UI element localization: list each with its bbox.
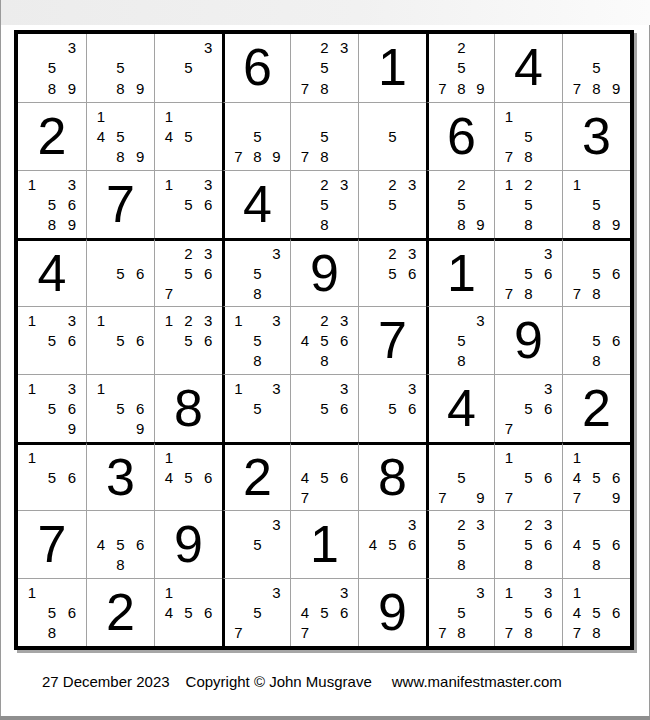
cell-r8c2: 4568: [86, 510, 154, 578]
candidate-empty: [538, 147, 558, 167]
candidate-digit: 2: [452, 174, 471, 194]
candidate-digit: 1: [567, 448, 587, 468]
candidate-empty: [42, 487, 62, 507]
candidate-digit: 6: [538, 602, 558, 622]
candidate-empty: [606, 283, 626, 303]
candidate-digit: 3: [62, 37, 82, 58]
cell-r1c4: 6: [222, 34, 290, 102]
candidate-empty: [267, 555, 286, 575]
candidate-empty: [229, 534, 248, 554]
candidate-digit: 3: [471, 310, 490, 330]
candidate-digit: 6: [606, 330, 626, 350]
candidate-digit: 6: [198, 468, 218, 488]
candidate-empty: [22, 37, 42, 58]
candidate-empty: [229, 351, 248, 371]
candidate-empty: [402, 194, 422, 214]
candidate-digit: 5: [248, 398, 267, 418]
candidate-digit: 8: [248, 351, 267, 371]
candidate-digit: 5: [111, 264, 131, 284]
candidate-empty: [606, 448, 626, 468]
candidate-empty: [22, 78, 42, 99]
candidate-empty: [198, 215, 218, 235]
candidate-empty: [179, 582, 199, 602]
cell-r1c7: 25789: [426, 34, 494, 102]
candidate-empty: [471, 448, 490, 468]
candidate-grid: 5789: [563, 34, 630, 102]
candidate-empty: [62, 448, 82, 468]
candidate-empty: [198, 351, 218, 371]
candidate-grid: 3578: [429, 579, 494, 646]
candidate-empty: [248, 106, 267, 126]
candidate-grid: 5789: [225, 103, 290, 170]
candidate-empty: [315, 487, 335, 507]
solved-digit: 4: [514, 41, 543, 95]
candidate-empty: [295, 419, 315, 439]
candidate-empty: [471, 351, 490, 371]
candidate-digit: 5: [42, 468, 62, 488]
candidate-grid: 13569: [18, 375, 86, 442]
candidate-digit: 9: [606, 487, 626, 507]
candidate-empty: [267, 534, 286, 554]
candidate-empty: [22, 419, 42, 439]
cell-r8c1: 7: [18, 510, 86, 578]
candidate-digit: 5: [452, 194, 471, 214]
solved-digit: 7: [38, 518, 67, 572]
candidate-grid: 589: [87, 34, 154, 102]
candidate-digit: 8: [315, 351, 335, 371]
candidate-empty: [248, 555, 267, 575]
candidate-digit: 7: [295, 147, 315, 167]
candidate-digit: 7: [295, 487, 315, 507]
candidate-empty: [198, 126, 218, 146]
candidate-empty: [383, 283, 403, 303]
cell-r2c1: 2: [18, 102, 86, 170]
candidate-empty: [499, 378, 519, 398]
candidate-empty: [587, 174, 607, 194]
candidate-empty: [433, 215, 452, 235]
candidate-digit: 5: [587, 330, 607, 350]
cell-r5c1: 1356: [18, 306, 86, 374]
candidate-empty: [315, 623, 335, 643]
candidate-empty: [91, 78, 111, 99]
candidate-digit: 9: [606, 215, 626, 235]
candidate-empty: [267, 330, 286, 350]
candidate-empty: [111, 244, 131, 264]
candidate-digit: 4: [159, 468, 179, 488]
candidate-empty: [295, 398, 315, 418]
cell-r8c5: 1: [290, 510, 358, 578]
cell-r4c8: 35678: [494, 238, 562, 306]
candidate-grid: 23578: [291, 34, 358, 102]
candidate-empty: [363, 555, 383, 575]
candidate-digit: 6: [198, 194, 218, 214]
candidate-empty: [587, 37, 607, 58]
candidate-digit: 5: [519, 534, 539, 554]
candidate-empty: [91, 244, 111, 264]
candidate-empty: [587, 487, 607, 507]
candidate-digit: 1: [499, 174, 519, 194]
candidate-empty: [334, 623, 354, 643]
candidate-empty: [383, 378, 403, 398]
candidate-empty: [334, 194, 354, 214]
candidate-digit: 3: [267, 378, 286, 398]
candidate-digit: 2: [519, 174, 539, 194]
candidate-empty: [433, 330, 452, 350]
solved-digit: 7: [378, 314, 407, 368]
candidate-digit: 6: [538, 534, 558, 554]
candidate-empty: [363, 147, 383, 167]
candidate-empty: [334, 147, 354, 167]
candidate-grid: 3567: [495, 375, 562, 442]
candidate-empty: [334, 106, 354, 126]
candidate-grid: 4568: [563, 511, 630, 578]
candidate-empty: [433, 602, 452, 622]
candidate-digit: 4: [91, 126, 111, 146]
candidate-empty: [267, 264, 286, 284]
candidate-empty: [42, 37, 62, 58]
candidate-digit: 9: [62, 78, 82, 99]
candidate-digit: 8: [587, 623, 607, 643]
candidate-empty: [538, 106, 558, 126]
candidate-empty: [567, 264, 587, 284]
candidate-empty: [587, 582, 607, 602]
candidate-digit: 1: [91, 106, 111, 126]
candidate-empty: [567, 555, 587, 575]
candidate-empty: [433, 468, 452, 488]
candidate-empty: [22, 623, 42, 643]
candidate-digit: 3: [538, 244, 558, 264]
candidate-digit: 9: [130, 147, 150, 167]
candidate-digit: 5: [519, 398, 539, 418]
candidate-empty: [538, 215, 558, 235]
candidate-empty: [363, 215, 383, 235]
candidate-grid: 358: [429, 307, 494, 374]
candidate-empty: [42, 419, 62, 439]
candidate-empty: [130, 58, 150, 79]
window-top-strip: [0, 0, 650, 25]
candidate-empty: [130, 244, 150, 264]
candidate-empty: [198, 283, 218, 303]
candidate-digit: 7: [159, 283, 179, 303]
candidate-digit: 4: [159, 602, 179, 622]
candidate-digit: 5: [587, 58, 607, 79]
candidate-empty: [538, 623, 558, 643]
candidate-empty: [267, 602, 286, 622]
candidate-empty: [229, 555, 248, 575]
cell-r8c8: 23568: [494, 510, 562, 578]
candidate-digit: 5: [383, 126, 403, 146]
solved-digit: 9: [514, 314, 543, 368]
candidate-digit: 9: [62, 419, 82, 439]
cell-r2c9: 3: [562, 102, 630, 170]
candidate-digit: 6: [334, 398, 354, 418]
candidate-empty: [42, 310, 62, 330]
cell-r6c1: 13569: [18, 374, 86, 442]
candidate-grid: 578: [291, 103, 358, 170]
candidate-empty: [363, 264, 383, 284]
candidate-empty: [91, 283, 111, 303]
candidate-digit: 8: [111, 78, 131, 99]
candidate-digit: 5: [179, 602, 199, 622]
cell-r7c5: 4567: [290, 442, 358, 510]
candidate-empty: [111, 378, 131, 398]
candidate-grid: 135689: [18, 171, 86, 238]
candidate-digit: 5: [519, 264, 539, 284]
candidate-digit: 6: [606, 602, 626, 622]
candidate-empty: [471, 174, 490, 194]
candidate-empty: [363, 514, 383, 534]
candidate-digit: 5: [179, 468, 199, 488]
candidate-digit: 3: [198, 244, 218, 264]
candidate-digit: 5: [587, 194, 607, 214]
footer-copyright: Copyright © John Musgrave: [186, 673, 372, 690]
candidate-grid: 34567: [291, 579, 358, 646]
candidate-digit: 4: [567, 602, 587, 622]
cell-r6c2: 1569: [86, 374, 154, 442]
candidate-empty: [22, 398, 42, 418]
candidate-empty: [229, 514, 248, 534]
cell-r6c9: 2: [562, 374, 630, 442]
candidate-grid: 135: [225, 375, 290, 442]
candidate-empty: [91, 37, 111, 58]
candidate-grid: 356: [291, 375, 358, 442]
candidate-empty: [91, 330, 111, 350]
candidate-empty: [334, 58, 354, 79]
candidate-digit: 5: [587, 602, 607, 622]
candidate-empty: [315, 378, 335, 398]
cell-r9c2: 2: [86, 578, 154, 646]
candidate-empty: [499, 602, 519, 622]
candidate-empty: [433, 534, 452, 554]
candidate-grid: 23567: [155, 241, 222, 306]
candidate-empty: [22, 602, 42, 622]
candidate-empty: [91, 514, 111, 534]
cell-r4c1: 4: [18, 238, 86, 306]
candidate-grid: 2356: [359, 241, 426, 306]
solved-digit: 9: [310, 247, 339, 301]
cell-r7c8: 1567: [494, 442, 562, 510]
candidate-digit: 8: [519, 555, 539, 575]
candidate-digit: 4: [91, 534, 111, 554]
candidate-digit: 3: [267, 582, 286, 602]
candidate-digit: 3: [334, 378, 354, 398]
candidate-empty: [363, 106, 383, 126]
candidate-empty: [538, 174, 558, 194]
candidate-digit: 3: [538, 582, 558, 602]
candidate-digit: 5: [383, 264, 403, 284]
candidate-digit: 7: [567, 78, 587, 99]
candidate-empty: [606, 194, 626, 214]
candidate-empty: [42, 351, 62, 371]
candidate-digit: 7: [567, 283, 587, 303]
candidate-digit: 3: [62, 310, 82, 330]
candidate-grid: 35678: [495, 241, 562, 306]
candidate-empty: [606, 310, 626, 330]
candidate-empty: [159, 623, 179, 643]
cell-r9c4: 357: [222, 578, 290, 646]
candidate-empty: [159, 330, 179, 350]
candidate-empty: [248, 244, 267, 264]
candidate-empty: [159, 215, 179, 235]
candidate-digit: 5: [587, 534, 607, 554]
candidate-empty: [130, 351, 150, 371]
cell-r7c3: 1456: [154, 442, 222, 510]
candidate-grid: 145: [155, 103, 222, 170]
candidate-empty: [587, 448, 607, 468]
candidate-empty: [159, 58, 179, 79]
candidate-digit: 2: [383, 174, 403, 194]
candidate-empty: [433, 58, 452, 79]
candidate-empty: [334, 215, 354, 235]
candidate-digit: 1: [22, 448, 42, 468]
candidate-grid: 1569: [87, 375, 154, 442]
cell-r1c1: 3589: [18, 34, 86, 102]
candidate-empty: [91, 351, 111, 371]
cell-r4c9: 5678: [562, 238, 630, 306]
candidate-empty: [111, 514, 131, 534]
candidate-empty: [295, 351, 315, 371]
candidate-digit: 6: [402, 398, 422, 418]
footer-website: www.manifestmaster.com: [392, 673, 562, 690]
candidate-digit: 2: [452, 37, 471, 58]
candidate-digit: 2: [315, 310, 335, 330]
candidate-empty: [433, 310, 452, 330]
candidate-empty: [334, 78, 354, 99]
candidate-digit: 7: [499, 147, 519, 167]
candidate-digit: 4: [159, 126, 179, 146]
cell-r5c9: 568: [562, 306, 630, 374]
candidate-empty: [383, 106, 403, 126]
candidate-digit: 3: [334, 582, 354, 602]
candidate-grid: 4568: [87, 511, 154, 578]
candidate-empty: [111, 106, 131, 126]
solved-digit: 2: [106, 586, 135, 640]
candidate-empty: [471, 534, 490, 554]
candidate-digit: 4: [295, 330, 315, 350]
candidate-digit: 1: [22, 378, 42, 398]
candidate-empty: [229, 283, 248, 303]
solved-digit: 1: [310, 518, 339, 572]
candidate-digit: 6: [62, 468, 82, 488]
candidate-digit: 6: [538, 264, 558, 284]
candidate-grid: 135678: [495, 579, 562, 646]
cell-r5c4: 1358: [222, 306, 290, 374]
candidate-digit: 1: [499, 106, 519, 126]
candidate-empty: [295, 310, 315, 330]
candidate-digit: 3: [198, 37, 218, 58]
candidate-empty: [179, 106, 199, 126]
candidate-empty: [519, 244, 539, 264]
cell-r1c8: 4: [494, 34, 562, 102]
candidate-empty: [295, 215, 315, 235]
candidate-empty: [452, 487, 471, 507]
candidate-empty: [383, 215, 403, 235]
candidate-empty: [42, 174, 62, 194]
candidate-empty: [587, 244, 607, 264]
candidate-empty: [471, 194, 490, 214]
candidate-empty: [567, 330, 587, 350]
candidate-empty: [22, 351, 42, 371]
candidate-digit: 7: [499, 487, 519, 507]
candidate-empty: [229, 106, 248, 126]
cell-r1c9: 5789: [562, 34, 630, 102]
candidate-grid: 1456: [155, 445, 222, 510]
candidate-empty: [179, 147, 199, 167]
solved-digit: 1: [447, 247, 476, 301]
candidate-digit: 6: [198, 602, 218, 622]
candidate-digit: 5: [587, 468, 607, 488]
candidate-empty: [179, 448, 199, 468]
candidate-grid: 3589: [18, 34, 86, 102]
candidate-empty: [248, 310, 267, 330]
candidate-empty: [159, 194, 179, 214]
candidate-digit: 8: [42, 623, 62, 643]
candidate-digit: 7: [433, 78, 452, 99]
cell-r4c6: 2356: [358, 238, 426, 306]
solved-digit: 1: [378, 41, 407, 95]
candidate-digit: 1: [159, 582, 179, 602]
candidate-digit: 1: [567, 582, 587, 602]
candidate-empty: [538, 419, 558, 439]
candidate-empty: [519, 106, 539, 126]
candidate-digit: 1: [22, 582, 42, 602]
candidate-grid: 1356: [18, 307, 86, 374]
candidate-empty: [91, 419, 111, 439]
candidate-digit: 8: [519, 623, 539, 643]
candidate-empty: [402, 215, 422, 235]
candidate-empty: [111, 419, 131, 439]
candidate-empty: [179, 174, 199, 194]
candidate-empty: [198, 106, 218, 126]
candidate-empty: [433, 555, 452, 575]
candidate-digit: 8: [452, 623, 471, 643]
sudoku-board: 3589589356235781257894578921458914557895…: [14, 30, 634, 650]
candidate-digit: 8: [519, 147, 539, 167]
candidate-empty: [229, 126, 248, 146]
candidate-grid: 5678: [563, 241, 630, 306]
candidate-digit: 1: [22, 310, 42, 330]
candidate-empty: [334, 126, 354, 146]
candidate-digit: 5: [179, 330, 199, 350]
candidate-digit: 9: [471, 78, 490, 99]
candidate-empty: [198, 487, 218, 507]
candidate-empty: [383, 514, 403, 534]
cell-r7c7: 579: [426, 442, 494, 510]
candidate-digit: 3: [267, 514, 286, 534]
candidate-empty: [248, 419, 267, 439]
candidate-empty: [471, 602, 490, 622]
candidate-empty: [433, 194, 452, 214]
candidate-grid: 5: [359, 103, 426, 170]
candidate-empty: [606, 555, 626, 575]
candidate-digit: 6: [62, 398, 82, 418]
candidate-grid: 357: [225, 579, 290, 646]
candidate-empty: [567, 351, 587, 371]
candidate-empty: [452, 310, 471, 330]
cell-r5c3: 12356: [154, 306, 222, 374]
cell-r3c1: 135689: [18, 170, 86, 238]
cell-r5c7: 358: [426, 306, 494, 374]
candidate-digit: 2: [179, 310, 199, 330]
candidate-empty: [267, 351, 286, 371]
candidate-digit: 3: [62, 174, 82, 194]
candidate-digit: 6: [538, 468, 558, 488]
cell-r4c4: 358: [222, 238, 290, 306]
candidate-digit: 5: [315, 468, 335, 488]
candidate-empty: [179, 215, 199, 235]
cell-r3c5: 2358: [290, 170, 358, 238]
candidate-grid: 156: [18, 445, 86, 510]
